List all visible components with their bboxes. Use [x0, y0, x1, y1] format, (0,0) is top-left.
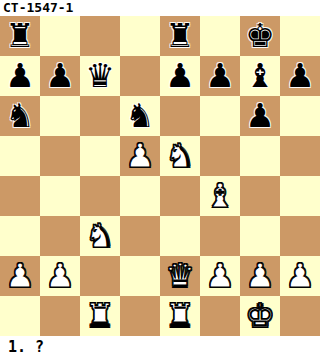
- square-b4[interactable]: [40, 176, 80, 216]
- chess-puzzle-window: CT-1547-1 ♜♜♚♟♟♛♟♟♝♟♞♞♟♟♞♝♞♟♟♛♟♟♟♜♜♚ 1. …: [0, 0, 320, 360]
- square-e4[interactable]: [160, 176, 200, 216]
- square-b6[interactable]: [40, 96, 80, 136]
- square-g2[interactable]: ♟: [240, 256, 280, 296]
- square-c7[interactable]: ♛: [80, 56, 120, 96]
- square-d3[interactable]: [120, 216, 160, 256]
- square-g8[interactable]: ♚: [240, 16, 280, 56]
- piece-white-rook: ♜: [85, 296, 115, 336]
- square-g6[interactable]: ♟: [240, 96, 280, 136]
- square-a3[interactable]: [0, 216, 40, 256]
- square-f3[interactable]: [200, 216, 240, 256]
- square-e3[interactable]: [160, 216, 200, 256]
- chess-board: ♜♜♚♟♟♛♟♟♝♟♞♞♟♟♞♝♞♟♟♛♟♟♟♜♜♚: [0, 16, 320, 336]
- square-h1[interactable]: [280, 296, 320, 336]
- square-a2[interactable]: ♟: [0, 256, 40, 296]
- piece-black-pawn: ♟: [285, 56, 315, 96]
- square-d1[interactable]: [120, 296, 160, 336]
- square-h3[interactable]: [280, 216, 320, 256]
- square-d5[interactable]: ♟: [120, 136, 160, 176]
- square-a4[interactable]: [0, 176, 40, 216]
- square-d4[interactable]: [120, 176, 160, 216]
- square-g1[interactable]: ♚: [240, 296, 280, 336]
- piece-white-pawn: ♟: [285, 256, 315, 296]
- square-h8[interactable]: [280, 16, 320, 56]
- square-f7[interactable]: ♟: [200, 56, 240, 96]
- square-g7[interactable]: ♝: [240, 56, 280, 96]
- piece-white-rook: ♜: [165, 296, 195, 336]
- square-b1[interactable]: [40, 296, 80, 336]
- square-b8[interactable]: [40, 16, 80, 56]
- piece-white-knight: ♞: [165, 136, 195, 176]
- piece-black-king: ♚: [245, 16, 275, 56]
- square-f2[interactable]: ♟: [200, 256, 240, 296]
- square-g4[interactable]: [240, 176, 280, 216]
- square-c6[interactable]: [80, 96, 120, 136]
- piece-white-bishop: ♝: [205, 176, 235, 216]
- square-d2[interactable]: [120, 256, 160, 296]
- square-a8[interactable]: ♜: [0, 16, 40, 56]
- piece-black-knight: ♞: [125, 96, 155, 136]
- piece-black-pawn: ♟: [165, 56, 195, 96]
- square-c4[interactable]: [80, 176, 120, 216]
- square-e1[interactable]: ♜: [160, 296, 200, 336]
- square-a6[interactable]: ♞: [0, 96, 40, 136]
- square-h4[interactable]: [280, 176, 320, 216]
- square-f1[interactable]: [200, 296, 240, 336]
- square-a5[interactable]: [0, 136, 40, 176]
- square-a1[interactable]: [0, 296, 40, 336]
- square-b7[interactable]: ♟: [40, 56, 80, 96]
- piece-white-pawn: ♟: [205, 256, 235, 296]
- square-g3[interactable]: [240, 216, 280, 256]
- square-a7[interactable]: ♟: [0, 56, 40, 96]
- square-h6[interactable]: [280, 96, 320, 136]
- square-c1[interactable]: ♜: [80, 296, 120, 336]
- piece-white-knight: ♞: [85, 216, 115, 256]
- square-e6[interactable]: [160, 96, 200, 136]
- square-b2[interactable]: ♟: [40, 256, 80, 296]
- square-f6[interactable]: [200, 96, 240, 136]
- square-h7[interactable]: ♟: [280, 56, 320, 96]
- square-f5[interactable]: [200, 136, 240, 176]
- move-prompt: 1. ?: [0, 336, 320, 360]
- square-g5[interactable]: [240, 136, 280, 176]
- piece-black-pawn: ♟: [5, 56, 35, 96]
- square-b5[interactable]: [40, 136, 80, 176]
- square-c3[interactable]: ♞: [80, 216, 120, 256]
- puzzle-id: CT-1547-1: [0, 0, 320, 16]
- square-f8[interactable]: [200, 16, 240, 56]
- square-c8[interactable]: [80, 16, 120, 56]
- piece-white-pawn: ♟: [45, 256, 75, 296]
- piece-black-pawn: ♟: [205, 56, 235, 96]
- piece-black-queen: ♛: [85, 56, 115, 96]
- square-e7[interactable]: ♟: [160, 56, 200, 96]
- piece-white-pawn: ♟: [125, 136, 155, 176]
- square-d8[interactable]: [120, 16, 160, 56]
- square-e2[interactable]: ♛: [160, 256, 200, 296]
- square-h2[interactable]: ♟: [280, 256, 320, 296]
- square-c2[interactable]: [80, 256, 120, 296]
- piece-white-king: ♚: [245, 296, 275, 336]
- square-d6[interactable]: ♞: [120, 96, 160, 136]
- square-h5[interactable]: [280, 136, 320, 176]
- piece-white-pawn: ♟: [5, 256, 35, 296]
- square-c5[interactable]: [80, 136, 120, 176]
- piece-black-bishop: ♝: [245, 56, 275, 96]
- square-f4[interactable]: ♝: [200, 176, 240, 216]
- piece-black-pawn: ♟: [245, 96, 275, 136]
- piece-white-pawn: ♟: [245, 256, 275, 296]
- square-b3[interactable]: [40, 216, 80, 256]
- piece-black-rook: ♜: [5, 16, 35, 56]
- piece-black-knight: ♞: [5, 96, 35, 136]
- square-e8[interactable]: ♜: [160, 16, 200, 56]
- piece-white-queen: ♛: [165, 256, 195, 296]
- square-e5[interactable]: ♞: [160, 136, 200, 176]
- square-d7[interactable]: [120, 56, 160, 96]
- piece-black-rook: ♜: [165, 16, 195, 56]
- piece-black-pawn: ♟: [45, 56, 75, 96]
